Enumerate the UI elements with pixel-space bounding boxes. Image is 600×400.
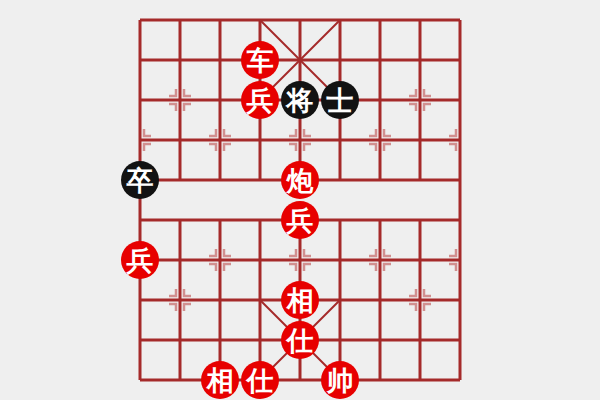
piece-red-advisor-2[interactable]: 仕 <box>241 361 279 399</box>
piece-black-pawn[interactable]: 卒 <box>121 161 159 199</box>
pieces-layer: 车兵将士卒炮兵兵相仕相仕帅 <box>120 0 480 400</box>
piece-red-pawn-2[interactable]: 兵 <box>281 201 319 239</box>
piece-black-advisor[interactable]: 士 <box>321 81 359 119</box>
piece-black-general[interactable]: 将 <box>281 81 319 119</box>
piece-red-advisor-1[interactable]: 仕 <box>281 321 319 359</box>
piece-red-pawn-3[interactable]: 兵 <box>121 241 159 279</box>
xiangqi-app: 车兵将士卒炮兵兵相仕相仕帅 <box>0 0 600 400</box>
piece-red-chariot[interactable]: 车 <box>241 41 279 79</box>
piece-red-elephant-1[interactable]: 相 <box>281 281 319 319</box>
piece-red-elephant-2[interactable]: 相 <box>201 361 239 399</box>
piece-red-general[interactable]: 帅 <box>321 361 359 399</box>
piece-red-pawn-1[interactable]: 兵 <box>241 81 279 119</box>
piece-red-cannon[interactable]: 炮 <box>281 161 319 199</box>
